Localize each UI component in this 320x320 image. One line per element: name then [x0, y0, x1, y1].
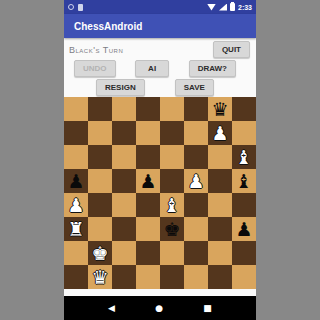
square-b1[interactable]: ♛ — [88, 265, 112, 289]
square-d3[interactable] — [136, 217, 160, 241]
cellular-signal-icon — [219, 4, 227, 11]
ai-button[interactable]: AI — [135, 60, 169, 77]
square-c4[interactable] — [112, 193, 136, 217]
notification-dot-icon — [68, 4, 74, 10]
square-e7[interactable] — [160, 121, 184, 145]
square-b6[interactable] — [88, 145, 112, 169]
back-icon[interactable]: ◀ — [108, 296, 115, 320]
square-c5[interactable] — [112, 169, 136, 193]
app-bar: ChessAndroid — [64, 14, 256, 38]
black-pawn: ♟ — [139, 169, 156, 193]
white-queen: ♛ — [91, 265, 108, 289]
quit-button[interactable]: QUIT — [213, 41, 250, 58]
square-e2[interactable] — [160, 241, 184, 265]
white-rook: ♜ — [67, 217, 84, 241]
undo-button[interactable]: UNDO — [74, 60, 116, 77]
phone-screen: 2:33 ChessAndroid Black's Turn QUIT UNDO… — [64, 0, 256, 320]
square-d5[interactable]: ♟ — [136, 169, 160, 193]
square-a8[interactable] — [64, 97, 88, 121]
square-e8[interactable] — [160, 97, 184, 121]
android-nav-bar: ◀ ● ■ — [64, 296, 256, 320]
square-b2[interactable]: ♚ — [88, 241, 112, 265]
square-f4[interactable] — [184, 193, 208, 217]
square-g4[interactable] — [208, 193, 232, 217]
square-h4[interactable] — [232, 193, 256, 217]
square-g7[interactable]: ♟ — [208, 121, 232, 145]
clock-text: 2:33 — [238, 4, 252, 11]
black-bishop: ♝ — [235, 169, 252, 193]
black-pawn: ♟ — [67, 169, 84, 193]
square-a5[interactable]: ♟ — [64, 169, 88, 193]
square-h2[interactable] — [232, 241, 256, 265]
square-a3[interactable]: ♜ — [64, 217, 88, 241]
white-pawn: ♟ — [67, 193, 84, 217]
square-f3[interactable] — [184, 217, 208, 241]
square-h1[interactable] — [232, 265, 256, 289]
square-f7[interactable] — [184, 121, 208, 145]
app-title: ChessAndroid — [74, 21, 142, 32]
square-c3[interactable] — [112, 217, 136, 241]
square-d6[interactable] — [136, 145, 160, 169]
save-button[interactable]: SAVE — [175, 79, 214, 96]
square-e5[interactable] — [160, 169, 184, 193]
square-h8[interactable] — [232, 97, 256, 121]
black-king: ♚ — [163, 217, 180, 241]
square-e6[interactable] — [160, 145, 184, 169]
square-d8[interactable] — [136, 97, 160, 121]
square-a1[interactable] — [64, 265, 88, 289]
square-b3[interactable] — [88, 217, 112, 241]
square-b5[interactable] — [88, 169, 112, 193]
notification-file-icon — [78, 4, 83, 11]
square-b8[interactable] — [88, 97, 112, 121]
square-d2[interactable] — [136, 241, 160, 265]
draw-button[interactable]: DRAW? — [189, 60, 236, 77]
square-c7[interactable] — [112, 121, 136, 145]
square-c2[interactable] — [112, 241, 136, 265]
square-f6[interactable] — [184, 145, 208, 169]
square-g1[interactable] — [208, 265, 232, 289]
square-c8[interactable] — [112, 97, 136, 121]
bottom-gap — [64, 289, 256, 296]
square-a4[interactable]: ♟ — [64, 193, 88, 217]
square-h7[interactable] — [232, 121, 256, 145]
recents-icon[interactable]: ■ — [203, 296, 212, 320]
square-d7[interactable] — [136, 121, 160, 145]
square-a7[interactable] — [64, 121, 88, 145]
battery-icon — [230, 3, 235, 11]
white-king: ♚ — [91, 241, 108, 265]
square-b4[interactable] — [88, 193, 112, 217]
square-f5[interactable]: ♟ — [184, 169, 208, 193]
square-e3[interactable]: ♚ — [160, 217, 184, 241]
square-g2[interactable] — [208, 241, 232, 265]
square-a6[interactable] — [64, 145, 88, 169]
square-d4[interactable] — [136, 193, 160, 217]
square-b7[interactable] — [88, 121, 112, 145]
square-g6[interactable] — [208, 145, 232, 169]
chess-board: ♛♟♝♟♟♟♝♟♝♜♚♟♚♛ — [64, 97, 256, 289]
square-c1[interactable] — [112, 265, 136, 289]
black-pawn: ♟ — [235, 217, 252, 241]
square-g3[interactable] — [208, 217, 232, 241]
square-g5[interactable] — [208, 169, 232, 193]
square-h3[interactable]: ♟ — [232, 217, 256, 241]
square-a2[interactable] — [64, 241, 88, 265]
square-e4[interactable]: ♝ — [160, 193, 184, 217]
black-queen: ♛ — [211, 97, 228, 121]
square-d1[interactable] — [136, 265, 160, 289]
square-e1[interactable] — [160, 265, 184, 289]
white-pawn: ♟ — [187, 169, 204, 193]
square-c6[interactable] — [112, 145, 136, 169]
square-h6[interactable]: ♝ — [232, 145, 256, 169]
square-f8[interactable] — [184, 97, 208, 121]
home-icon[interactable]: ● — [155, 296, 163, 320]
status-bar: 2:33 — [64, 0, 256, 14]
game-controls: Black's Turn QUIT UNDO AI DRAW? RESIGN S… — [64, 38, 256, 97]
resign-button[interactable]: RESIGN — [96, 79, 145, 96]
wifi-icon — [207, 4, 216, 11]
white-bishop: ♝ — [235, 145, 252, 169]
square-f2[interactable] — [184, 241, 208, 265]
square-f1[interactable] — [184, 265, 208, 289]
square-g8[interactable]: ♛ — [208, 97, 232, 121]
white-pawn: ♟ — [211, 121, 228, 145]
square-h5[interactable]: ♝ — [232, 169, 256, 193]
turn-indicator: Black's Turn — [69, 45, 123, 55]
white-bishop: ♝ — [163, 193, 180, 217]
